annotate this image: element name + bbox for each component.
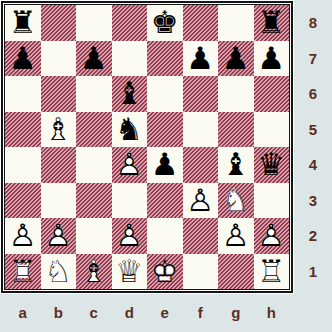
square-g8[interactable] (218, 5, 254, 41)
square-g7[interactable]: ♟ (218, 41, 254, 77)
white-bishop-b5: ♗ (41, 112, 77, 148)
square-e5[interactable] (147, 112, 183, 148)
square-c2[interactable] (76, 218, 112, 254)
square-c8[interactable] (76, 5, 112, 41)
rank-label-4: 4 (296, 147, 330, 183)
square-a7[interactable]: ♟ (5, 41, 41, 77)
black-pawn-a7: ♟ (5, 41, 41, 77)
black-pawn-f7: ♟ (183, 41, 219, 77)
white-knight-b1: ♘ (41, 254, 77, 290)
file-label-b: b (41, 296, 77, 328)
square-h1[interactable]: ♖ (254, 254, 290, 290)
square-b5[interactable]: ♗ (41, 112, 77, 148)
square-b4[interactable] (41, 147, 77, 183)
file-label-h: h (254, 296, 290, 328)
square-a3[interactable] (5, 183, 41, 219)
square-c3[interactable] (76, 183, 112, 219)
square-a5[interactable] (5, 112, 41, 148)
rank-label-8: 8 (296, 5, 330, 41)
square-d4[interactable]: ♙ (112, 147, 148, 183)
square-h6[interactable] (254, 76, 290, 112)
square-c7[interactable]: ♟ (76, 41, 112, 77)
rank-label-7: 7 (296, 41, 330, 77)
black-pawn-e4: ♟ (147, 147, 183, 183)
square-c6[interactable] (76, 76, 112, 112)
square-f5[interactable] (183, 112, 219, 148)
white-rook-a1: ♖ (5, 254, 41, 290)
rank-label-2: 2 (296, 218, 330, 254)
square-d3[interactable] (112, 183, 148, 219)
white-king-e1: ♔ (147, 254, 183, 290)
square-h3[interactable] (254, 183, 290, 219)
file-label-g: g (218, 296, 254, 328)
white-bishop-c1: ♗ (76, 254, 112, 290)
white-pawn-h2: ♙ (254, 218, 290, 254)
square-d2[interactable]: ♙ (112, 218, 148, 254)
file-label-e: e (147, 296, 183, 328)
rank-label-1: 1 (296, 254, 330, 290)
square-d8[interactable] (112, 5, 148, 41)
rank-labels: 87654321 (296, 5, 330, 289)
square-e7[interactable] (147, 41, 183, 77)
board-frame: ♜♚♜♟♟♟♟♟♝♗♞♙♟♝♛♙♘♙♙♙♙♙♖♘♗♕♔♖ (1, 1, 293, 293)
square-h7[interactable]: ♟ (254, 41, 290, 77)
square-b2[interactable]: ♙ (41, 218, 77, 254)
white-pawn-d4: ♙ (112, 147, 148, 183)
square-d1[interactable]: ♕ (112, 254, 148, 290)
black-knight-d5: ♞ (112, 112, 148, 148)
square-g4[interactable]: ♝ (218, 147, 254, 183)
black-pawn-h7: ♟ (254, 41, 290, 77)
square-f6[interactable] (183, 76, 219, 112)
black-pawn-c7: ♟ (76, 41, 112, 77)
rank-label-5: 5 (296, 112, 330, 148)
square-b6[interactable] (41, 76, 77, 112)
chess-board: ♜♚♜♟♟♟♟♟♝♗♞♙♟♝♛♙♘♙♙♙♙♙♖♘♗♕♔♖ (4, 4, 290, 290)
square-h8[interactable]: ♜ (254, 5, 290, 41)
white-pawn-a2: ♙ (5, 218, 41, 254)
white-pawn-d2: ♙ (112, 218, 148, 254)
square-e2[interactable] (147, 218, 183, 254)
white-pawn-b2: ♙ (41, 218, 77, 254)
square-h4[interactable]: ♛ (254, 147, 290, 183)
square-e1[interactable]: ♔ (147, 254, 183, 290)
rank-label-6: 6 (296, 76, 330, 112)
square-g6[interactable] (218, 76, 254, 112)
square-d7[interactable] (112, 41, 148, 77)
white-knight-g3: ♘ (218, 183, 254, 219)
black-rook-h8: ♜ (254, 5, 290, 41)
square-f4[interactable] (183, 147, 219, 183)
white-pawn-f3: ♙ (183, 183, 219, 219)
black-bishop-d6: ♝ (112, 76, 148, 112)
white-pawn-g2: ♙ (218, 218, 254, 254)
square-h5[interactable] (254, 112, 290, 148)
square-g1[interactable] (218, 254, 254, 290)
square-a2[interactable]: ♙ (5, 218, 41, 254)
black-bishop-g4: ♝ (218, 147, 254, 183)
square-a6[interactable] (5, 76, 41, 112)
square-d5[interactable]: ♞ (112, 112, 148, 148)
square-c1[interactable]: ♗ (76, 254, 112, 290)
white-queen-d1: ♕ (112, 254, 148, 290)
square-g3[interactable]: ♘ (218, 183, 254, 219)
chess-diagram: ♜♚♜♟♟♟♟♟♝♗♞♙♟♝♛♙♘♙♙♙♙♙♖♘♗♕♔♖ (0, 0, 294, 294)
file-labels: abcdefgh (5, 296, 289, 328)
square-e4[interactable]: ♟ (147, 147, 183, 183)
file-label-c: c (76, 296, 112, 328)
square-a1[interactable]: ♖ (5, 254, 41, 290)
square-b3[interactable] (41, 183, 77, 219)
square-c5[interactable] (76, 112, 112, 148)
square-b8[interactable] (41, 5, 77, 41)
rank-label-3: 3 (296, 183, 330, 219)
square-g5[interactable] (218, 112, 254, 148)
square-f3[interactable]: ♙ (183, 183, 219, 219)
square-f1[interactable] (183, 254, 219, 290)
square-h2[interactable]: ♙ (254, 218, 290, 254)
page-background: ♜♚♜♟♟♟♟♟♝♗♞♙♟♝♛♙♘♙♙♙♙♙♖♘♗♕♔♖ 87654321 ab… (0, 0, 332, 332)
black-queen-h4: ♛ (254, 147, 290, 183)
square-c4[interactable] (76, 147, 112, 183)
square-f8[interactable] (183, 5, 219, 41)
square-e6[interactable] (147, 76, 183, 112)
square-f2[interactable] (183, 218, 219, 254)
black-king-e8: ♚ (147, 5, 183, 41)
square-f7[interactable]: ♟ (183, 41, 219, 77)
square-d6[interactable]: ♝ (112, 76, 148, 112)
black-pawn-g7: ♟ (218, 41, 254, 77)
square-g2[interactable]: ♙ (218, 218, 254, 254)
square-e8[interactable]: ♚ (147, 5, 183, 41)
square-a8[interactable]: ♜ (5, 5, 41, 41)
file-label-d: d (112, 296, 148, 328)
square-b7[interactable] (41, 41, 77, 77)
file-label-f: f (183, 296, 219, 328)
square-e3[interactable] (147, 183, 183, 219)
square-b1[interactable]: ♘ (41, 254, 77, 290)
square-a4[interactable] (5, 147, 41, 183)
file-label-a: a (5, 296, 41, 328)
black-rook-a8: ♜ (5, 5, 41, 41)
white-rook-h1: ♖ (254, 254, 290, 290)
